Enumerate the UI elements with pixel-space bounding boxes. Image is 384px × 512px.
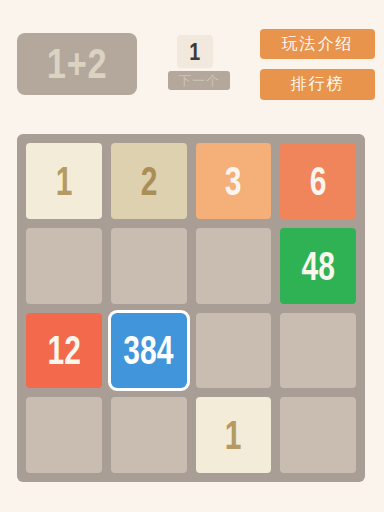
leaderboard-button[interactable]: 排行榜 <box>260 69 375 100</box>
tile-48: 48 <box>280 228 356 304</box>
next-tile-label: 下一个 <box>168 71 230 90</box>
tile-3: 3 <box>196 143 272 219</box>
tile-12: 12 <box>26 313 102 389</box>
empty-cell <box>111 397 187 473</box>
game-logo: 1+2 <box>17 33 137 95</box>
tile-2: 2 <box>111 143 187 219</box>
empty-cell <box>280 313 356 389</box>
board-grid[interactable]: 123648123841 <box>17 134 365 482</box>
next-tile-value: 1 <box>190 38 201 66</box>
tile-value: 1 <box>56 161 73 201</box>
empty-cell <box>280 397 356 473</box>
game-logo-text: 1+2 <box>47 40 108 88</box>
tile-384: 384 <box>111 313 187 389</box>
tile-value: 3 <box>225 161 242 201</box>
tile-value: 2 <box>140 161 157 201</box>
tile-6: 6 <box>280 143 356 219</box>
how-to-play-button[interactable]: 玩法介绍 <box>260 29 375 59</box>
next-tile-preview: 1 <box>177 35 213 68</box>
game-screen: 1+2 1 下一个 玩法介绍 排行榜 123648123841 <box>0 0 384 512</box>
empty-cell <box>196 228 272 304</box>
empty-cell <box>26 397 102 473</box>
tile-1: 1 <box>26 143 102 219</box>
tile-value: 48 <box>301 246 334 286</box>
tile-value: 12 <box>47 330 80 370</box>
empty-cell <box>196 313 272 389</box>
empty-cell <box>26 228 102 304</box>
tile-value: 1 <box>225 415 242 455</box>
tile-value: 6 <box>310 161 327 201</box>
empty-cell <box>111 228 187 304</box>
tile-1: 1 <box>196 397 272 473</box>
tile-value: 384 <box>124 330 174 370</box>
